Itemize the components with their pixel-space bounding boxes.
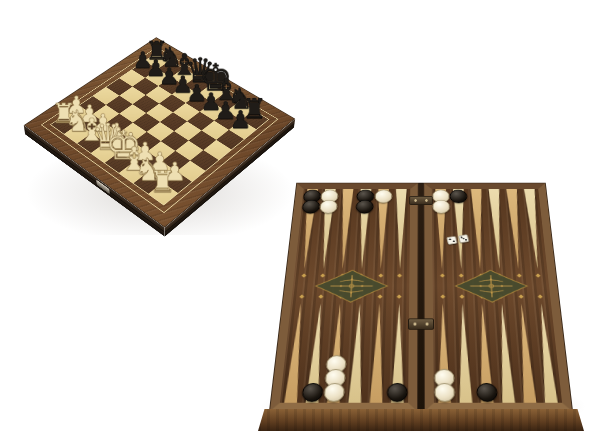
square-f5 (174, 121, 201, 140)
white-checker (319, 200, 338, 214)
black-checker-stack (301, 190, 321, 214)
white-checker-stack (434, 369, 455, 402)
hinge-bottom (408, 318, 434, 329)
black-checker (387, 383, 408, 402)
bg-q-tr (432, 189, 547, 269)
backgammon-right-half (424, 183, 572, 411)
backgammon-left-half (270, 183, 418, 411)
backgammon-set (250, 150, 592, 437)
square-e4 (147, 122, 174, 141)
black-checker (356, 200, 374, 214)
inlay-medallion (310, 267, 392, 306)
white-checker (434, 383, 455, 402)
point (390, 189, 410, 269)
square-h4 (190, 150, 218, 171)
black-checker-stack (450, 190, 468, 203)
square-f1 (119, 162, 148, 183)
square-g2 (148, 161, 177, 182)
product-photo: ♜♞♝♛♚♝♞♜♟♟♟♟♟♟♟♟♟♟♟♟♟♟♟♟♜♞♝♛♚♝♞♜ (0, 0, 592, 437)
bg-q-bl (280, 303, 409, 403)
black-checker (301, 200, 320, 214)
square-h2 (163, 171, 192, 193)
square-g6 (202, 121, 229, 140)
point (387, 303, 409, 403)
black-checker-stack (356, 190, 375, 214)
square-f3 (147, 141, 175, 161)
inlay-medallion (451, 267, 533, 306)
point (432, 189, 452, 269)
die (446, 236, 457, 245)
chess-board-grid (51, 53, 268, 205)
black-checker-stack (387, 383, 408, 402)
square-b1 (64, 124, 92, 143)
white-checker-stack (432, 190, 450, 214)
black-checker-stack (476, 383, 498, 402)
white-checker-stack (374, 190, 392, 203)
die (458, 234, 469, 243)
square-h1 (148, 182, 177, 204)
square-h7 (229, 120, 256, 139)
square-g3 (162, 151, 190, 172)
bg-q-br (433, 303, 562, 403)
square-c2 (92, 123, 120, 142)
white-checker-stack (319, 190, 339, 214)
square-g1 (134, 172, 163, 194)
square-d3 (119, 123, 146, 142)
square-g5 (189, 131, 217, 151)
square-f4 (161, 131, 189, 151)
square-d1 (91, 143, 119, 163)
square-d2 (105, 133, 133, 153)
square-h3 (177, 161, 206, 182)
square-e3 (133, 132, 161, 152)
square-e1 (105, 152, 133, 173)
point (433, 303, 455, 403)
black-checker (476, 383, 498, 402)
white-checker (323, 383, 345, 402)
black-checker (302, 383, 324, 402)
white-checker (432, 200, 450, 214)
backgammon-front-wall (258, 409, 584, 431)
bg-q-tl (295, 189, 410, 269)
point (371, 189, 392, 269)
white-checker (374, 190, 392, 203)
white-checker-stack (323, 355, 347, 401)
square-f2 (133, 152, 161, 173)
square-e2 (119, 142, 147, 162)
square-g4 (175, 141, 203, 161)
black-checker (450, 190, 468, 203)
point (365, 303, 389, 403)
square-h6 (216, 130, 244, 150)
square-h5 (203, 140, 231, 160)
backgammon-board (270, 183, 572, 411)
hinge-top (409, 196, 432, 205)
black-checker-stack (302, 383, 324, 402)
square-c1 (77, 133, 105, 153)
